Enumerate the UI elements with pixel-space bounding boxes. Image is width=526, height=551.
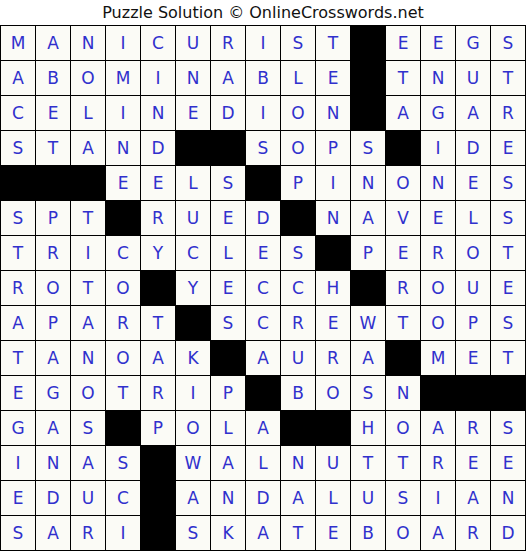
letter-cell-r3c4: I <box>106 96 141 131</box>
letter-cell-r14c7: N <box>211 481 246 516</box>
letter-cell-r13c2: N <box>36 446 71 481</box>
letter-cell-r15c1: S <box>1 516 36 551</box>
letter-cell-r14c12: S <box>386 481 421 516</box>
letter-cell-r8c7: E <box>211 271 246 306</box>
letter-cell-r8c12: R <box>386 271 421 306</box>
letter-cell-r15c6: S <box>176 516 211 551</box>
letter-cell-r6c5: R <box>141 201 176 236</box>
letter-cell-r7c3: I <box>71 236 106 271</box>
letter-cell-r4c1: S <box>1 131 36 166</box>
black-cell-r15c5 <box>141 516 176 551</box>
letter-cell-r7c15: T <box>491 236 526 271</box>
letter-cell-r15c4: I <box>106 516 141 551</box>
letter-cell-r1c8: I <box>246 26 281 61</box>
letter-cell-r13c6: W <box>176 446 211 481</box>
letter-cell-r8c4: O <box>106 271 141 306</box>
letter-cell-r13c4: S <box>106 446 141 481</box>
letter-cell-r5c6: L <box>176 166 211 201</box>
letter-cell-r4c14: D <box>456 131 491 166</box>
letter-cell-r4c11: S <box>351 131 386 166</box>
letter-cell-r13c10: U <box>316 446 351 481</box>
letter-cell-r3c8: I <box>246 96 281 131</box>
letter-cell-r4c4: N <box>106 131 141 166</box>
letter-cell-r3c6: E <box>176 96 211 131</box>
letter-cell-r6c1: S <box>1 201 36 236</box>
letter-cell-r11c7: P <box>211 376 246 411</box>
letter-cell-r1c9: S <box>281 26 316 61</box>
letter-cell-r8c15: E <box>491 271 526 306</box>
letter-cell-r13c8: L <box>246 446 281 481</box>
letter-cell-r9c11: W <box>351 306 386 341</box>
letter-cell-r5c10: I <box>316 166 351 201</box>
letter-cell-r9c13: O <box>421 306 456 341</box>
letter-cell-r4c5: D <box>141 131 176 166</box>
letter-cell-r14c4: C <box>106 481 141 516</box>
letter-cell-r9c8: C <box>246 306 281 341</box>
black-cell-r12c9 <box>281 411 316 446</box>
letter-cell-r2c5: I <box>141 61 176 96</box>
letter-cell-r3c2: E <box>36 96 71 131</box>
letter-cell-r14c13: I <box>421 481 456 516</box>
letter-cell-r12c2: A <box>36 411 71 446</box>
crossword-grid: MANICURISTEEGSABOMINABLETNUTCELINEDIONAG… <box>0 25 526 551</box>
letter-cell-r2c4: M <box>106 61 141 96</box>
letter-cell-r8c13: O <box>421 271 456 306</box>
letter-cell-r11c3: O <box>71 376 106 411</box>
letter-cell-r15c13: A <box>421 516 456 551</box>
letter-cell-r6c6: U <box>176 201 211 236</box>
letter-cell-r12c12: O <box>386 411 421 446</box>
letter-cell-r1c4: I <box>106 26 141 61</box>
letter-cell-r13c3: A <box>71 446 106 481</box>
letter-cell-r6c2: P <box>36 201 71 236</box>
letter-cell-r1c15: S <box>491 26 526 61</box>
letter-cell-r8c14: U <box>456 271 491 306</box>
letter-cell-r9c9: R <box>281 306 316 341</box>
letter-cell-r15c9: T <box>281 516 316 551</box>
letter-cell-r8c9: C <box>281 271 316 306</box>
letter-cell-r10c4: O <box>106 341 141 376</box>
letter-cell-r9c7: S <box>211 306 246 341</box>
letter-cell-r15c11: B <box>351 516 386 551</box>
letter-cell-r8c2: O <box>36 271 71 306</box>
letter-cell-r12c3: S <box>71 411 106 446</box>
letter-cell-r6c13: E <box>421 201 456 236</box>
letter-cell-r14c2: D <box>36 481 71 516</box>
black-cell-r12c4 <box>106 411 141 446</box>
letter-cell-r10c8: A <box>246 341 281 376</box>
letter-cell-r13c1: I <box>1 446 36 481</box>
letter-cell-r13c14: E <box>456 446 491 481</box>
letter-cell-r12c8: A <box>246 411 281 446</box>
black-cell-r14c5 <box>141 481 176 516</box>
letter-cell-r5c5: E <box>141 166 176 201</box>
letter-cell-r2c13: N <box>421 61 456 96</box>
letter-cell-r4c9: O <box>281 131 316 166</box>
letter-cell-r10c3: N <box>71 341 106 376</box>
letter-cell-r9c2: P <box>36 306 71 341</box>
black-cell-r6c9 <box>281 201 316 236</box>
letter-cell-r9c14: P <box>456 306 491 341</box>
letter-cell-r14c8: D <box>246 481 281 516</box>
letter-cell-r7c5: Y <box>141 236 176 271</box>
letter-cell-r8c8: C <box>246 271 281 306</box>
letter-cell-r4c13: I <box>421 131 456 166</box>
letter-cell-r7c12: E <box>386 236 421 271</box>
letter-cell-r2c9: L <box>281 61 316 96</box>
letter-cell-r13c13: R <box>421 446 456 481</box>
letter-cell-r14c11: U <box>351 481 386 516</box>
letter-cell-r6c11: A <box>351 201 386 236</box>
letter-cell-r3c1: C <box>1 96 36 131</box>
letter-cell-r10c5: A <box>141 341 176 376</box>
letter-cell-r3c12: A <box>386 96 421 131</box>
letter-cell-r1c2: A <box>36 26 71 61</box>
letter-cell-r9c12: T <box>386 306 421 341</box>
letter-cell-r7c4: C <box>106 236 141 271</box>
letter-cell-r2c2: B <box>36 61 71 96</box>
letter-cell-r7c9: S <box>281 236 316 271</box>
letter-cell-r1c13: E <box>421 26 456 61</box>
letter-cell-r11c6: I <box>176 376 211 411</box>
letter-cell-r6c12: V <box>386 201 421 236</box>
black-cell-r7c10 <box>316 236 351 271</box>
letter-cell-r3c9: O <box>281 96 316 131</box>
letter-cell-r15c12: O <box>386 516 421 551</box>
black-cell-r11c13 <box>421 376 456 411</box>
letter-cell-r8c1: R <box>1 271 36 306</box>
letter-cell-r2c14: U <box>456 61 491 96</box>
black-cell-r11c14 <box>456 376 491 411</box>
black-cell-r12c10 <box>316 411 351 446</box>
puzzle-solution-page: Puzzle Solution © OnlineCrosswords.net M… <box>0 0 526 551</box>
black-cell-r1c11 <box>351 26 386 61</box>
black-cell-r2c11 <box>351 61 386 96</box>
letter-cell-r13c15: E <box>491 446 526 481</box>
letter-cell-r7c6: C <box>176 236 211 271</box>
letter-cell-r5c7: S <box>211 166 246 201</box>
letter-cell-r7c11: P <box>351 236 386 271</box>
letter-cell-r15c2: A <box>36 516 71 551</box>
letter-cell-r2c8: B <box>246 61 281 96</box>
letter-cell-r3c3: L <box>71 96 106 131</box>
letter-cell-r15c3: R <box>71 516 106 551</box>
letter-cell-r12c13: A <box>421 411 456 446</box>
black-cell-r8c11 <box>351 271 386 306</box>
letter-cell-r5c9: P <box>281 166 316 201</box>
letter-cell-r12c14: R <box>456 411 491 446</box>
letter-cell-r6c15: S <box>491 201 526 236</box>
letter-cell-r5c13: N <box>421 166 456 201</box>
black-cell-r5c1 <box>1 166 36 201</box>
letter-cell-r11c9: B <box>281 376 316 411</box>
letter-cell-r1c10: T <box>316 26 351 61</box>
letter-cell-r13c7: A <box>211 446 246 481</box>
letter-cell-r12c11: H <box>351 411 386 446</box>
letter-cell-r10c14: E <box>456 341 491 376</box>
letter-cell-r12c6: O <box>176 411 211 446</box>
black-cell-r10c7 <box>211 341 246 376</box>
letter-cell-r9c10: E <box>316 306 351 341</box>
letter-cell-r11c10: O <box>316 376 351 411</box>
letter-cell-r5c4: E <box>106 166 141 201</box>
letter-cell-r11c12: N <box>386 376 421 411</box>
black-cell-r8c5 <box>141 271 176 306</box>
black-cell-r6c4 <box>106 201 141 236</box>
letter-cell-r11c2: G <box>36 376 71 411</box>
letter-cell-r11c11: S <box>351 376 386 411</box>
letter-cell-r13c11: T <box>351 446 386 481</box>
letter-cell-r7c8: E <box>246 236 281 271</box>
letter-cell-r15c7: K <box>211 516 246 551</box>
letter-cell-r15c8: A <box>246 516 281 551</box>
letter-cell-r12c1: G <box>1 411 36 446</box>
letter-cell-r14c9: A <box>281 481 316 516</box>
letter-cell-r2c15: T <box>491 61 526 96</box>
letter-cell-r10c15: T <box>491 341 526 376</box>
letter-cell-r1c14: G <box>456 26 491 61</box>
letter-cell-r15c15: D <box>491 516 526 551</box>
letter-cell-r9c15: S <box>491 306 526 341</box>
letter-cell-r4c3: A <box>71 131 106 166</box>
black-cell-r4c7 <box>211 131 246 166</box>
letter-cell-r7c14: O <box>456 236 491 271</box>
letter-cell-r14c3: U <box>71 481 106 516</box>
letter-cell-r5c12: O <box>386 166 421 201</box>
letter-cell-r9c4: R <box>106 306 141 341</box>
letter-cell-r10c13: M <box>421 341 456 376</box>
letter-cell-r6c7: E <box>211 201 246 236</box>
letter-cell-r4c8: S <box>246 131 281 166</box>
letter-cell-r14c1: E <box>1 481 36 516</box>
letter-cell-r3c13: G <box>421 96 456 131</box>
letter-cell-r10c10: R <box>316 341 351 376</box>
letter-cell-r7c1: T <box>1 236 36 271</box>
black-cell-r9c6 <box>176 306 211 341</box>
letter-cell-r13c12: T <box>386 446 421 481</box>
letter-cell-r14c15: N <box>491 481 526 516</box>
letter-cell-r14c14: A <box>456 481 491 516</box>
letter-cell-r3c15: R <box>491 96 526 131</box>
letter-cell-r10c9: U <box>281 341 316 376</box>
letter-cell-r1c12: E <box>386 26 421 61</box>
letter-cell-r6c8: D <box>246 201 281 236</box>
letter-cell-r11c1: E <box>1 376 36 411</box>
black-cell-r4c12 <box>386 131 421 166</box>
letter-cell-r1c3: N <box>71 26 106 61</box>
letter-cell-r2c1: A <box>1 61 36 96</box>
letter-cell-r4c10: P <box>316 131 351 166</box>
letter-cell-r11c5: R <box>141 376 176 411</box>
letter-cell-r2c3: O <box>71 61 106 96</box>
black-cell-r3c11 <box>351 96 386 131</box>
letter-cell-r14c6: A <box>176 481 211 516</box>
letter-cell-r3c5: N <box>141 96 176 131</box>
letter-cell-r10c11: A <box>351 341 386 376</box>
letter-cell-r14c10: L <box>316 481 351 516</box>
letter-cell-r4c2: T <box>36 131 71 166</box>
black-cell-r13c5 <box>141 446 176 481</box>
letter-cell-r9c3: A <box>71 306 106 341</box>
letter-cell-r6c3: T <box>71 201 106 236</box>
letter-cell-r8c3: T <box>71 271 106 306</box>
letter-cell-r9c5: T <box>141 306 176 341</box>
black-cell-r5c8 <box>246 166 281 201</box>
letter-cell-r9c1: A <box>1 306 36 341</box>
letter-cell-r11c4: T <box>106 376 141 411</box>
black-cell-r5c2 <box>36 166 71 201</box>
black-cell-r11c15 <box>491 376 526 411</box>
letter-cell-r15c14: R <box>456 516 491 551</box>
letter-cell-r7c7: L <box>211 236 246 271</box>
black-cell-r10c12 <box>386 341 421 376</box>
letter-cell-r2c12: T <box>386 61 421 96</box>
letter-cell-r8c6: Y <box>176 271 211 306</box>
letter-cell-r1c6: U <box>176 26 211 61</box>
letter-cell-r8c10: H <box>316 271 351 306</box>
letter-cell-r2c7: A <box>211 61 246 96</box>
black-cell-r11c8 <box>246 376 281 411</box>
letter-cell-r3c14: A <box>456 96 491 131</box>
letter-cell-r10c2: A <box>36 341 71 376</box>
letter-cell-r10c6: K <box>176 341 211 376</box>
letter-cell-r12c7: L <box>211 411 246 446</box>
letter-cell-r6c10: N <box>316 201 351 236</box>
page-title: Puzzle Solution © OnlineCrosswords.net <box>0 0 526 25</box>
letter-cell-r5c15: S <box>491 166 526 201</box>
letter-cell-r5c14: E <box>456 166 491 201</box>
letter-cell-r13c9: N <box>281 446 316 481</box>
letter-cell-r6c14: L <box>456 201 491 236</box>
letter-cell-r12c5: P <box>141 411 176 446</box>
letter-cell-r2c10: E <box>316 61 351 96</box>
letter-cell-r1c7: R <box>211 26 246 61</box>
letter-cell-r15c10: E <box>316 516 351 551</box>
letter-cell-r3c7: D <box>211 96 246 131</box>
letter-cell-r4c15: E <box>491 131 526 166</box>
letter-cell-r1c1: M <box>1 26 36 61</box>
letter-cell-r12c15: S <box>491 411 526 446</box>
black-cell-r4c6 <box>176 131 211 166</box>
letter-cell-r5c11: N <box>351 166 386 201</box>
letter-cell-r7c2: R <box>36 236 71 271</box>
letter-cell-r10c1: T <box>1 341 36 376</box>
letter-cell-r7c13: R <box>421 236 456 271</box>
letter-cell-r1c5: C <box>141 26 176 61</box>
letter-cell-r3c10: N <box>316 96 351 131</box>
black-cell-r5c3 <box>71 166 106 201</box>
letter-cell-r2c6: N <box>176 61 211 96</box>
